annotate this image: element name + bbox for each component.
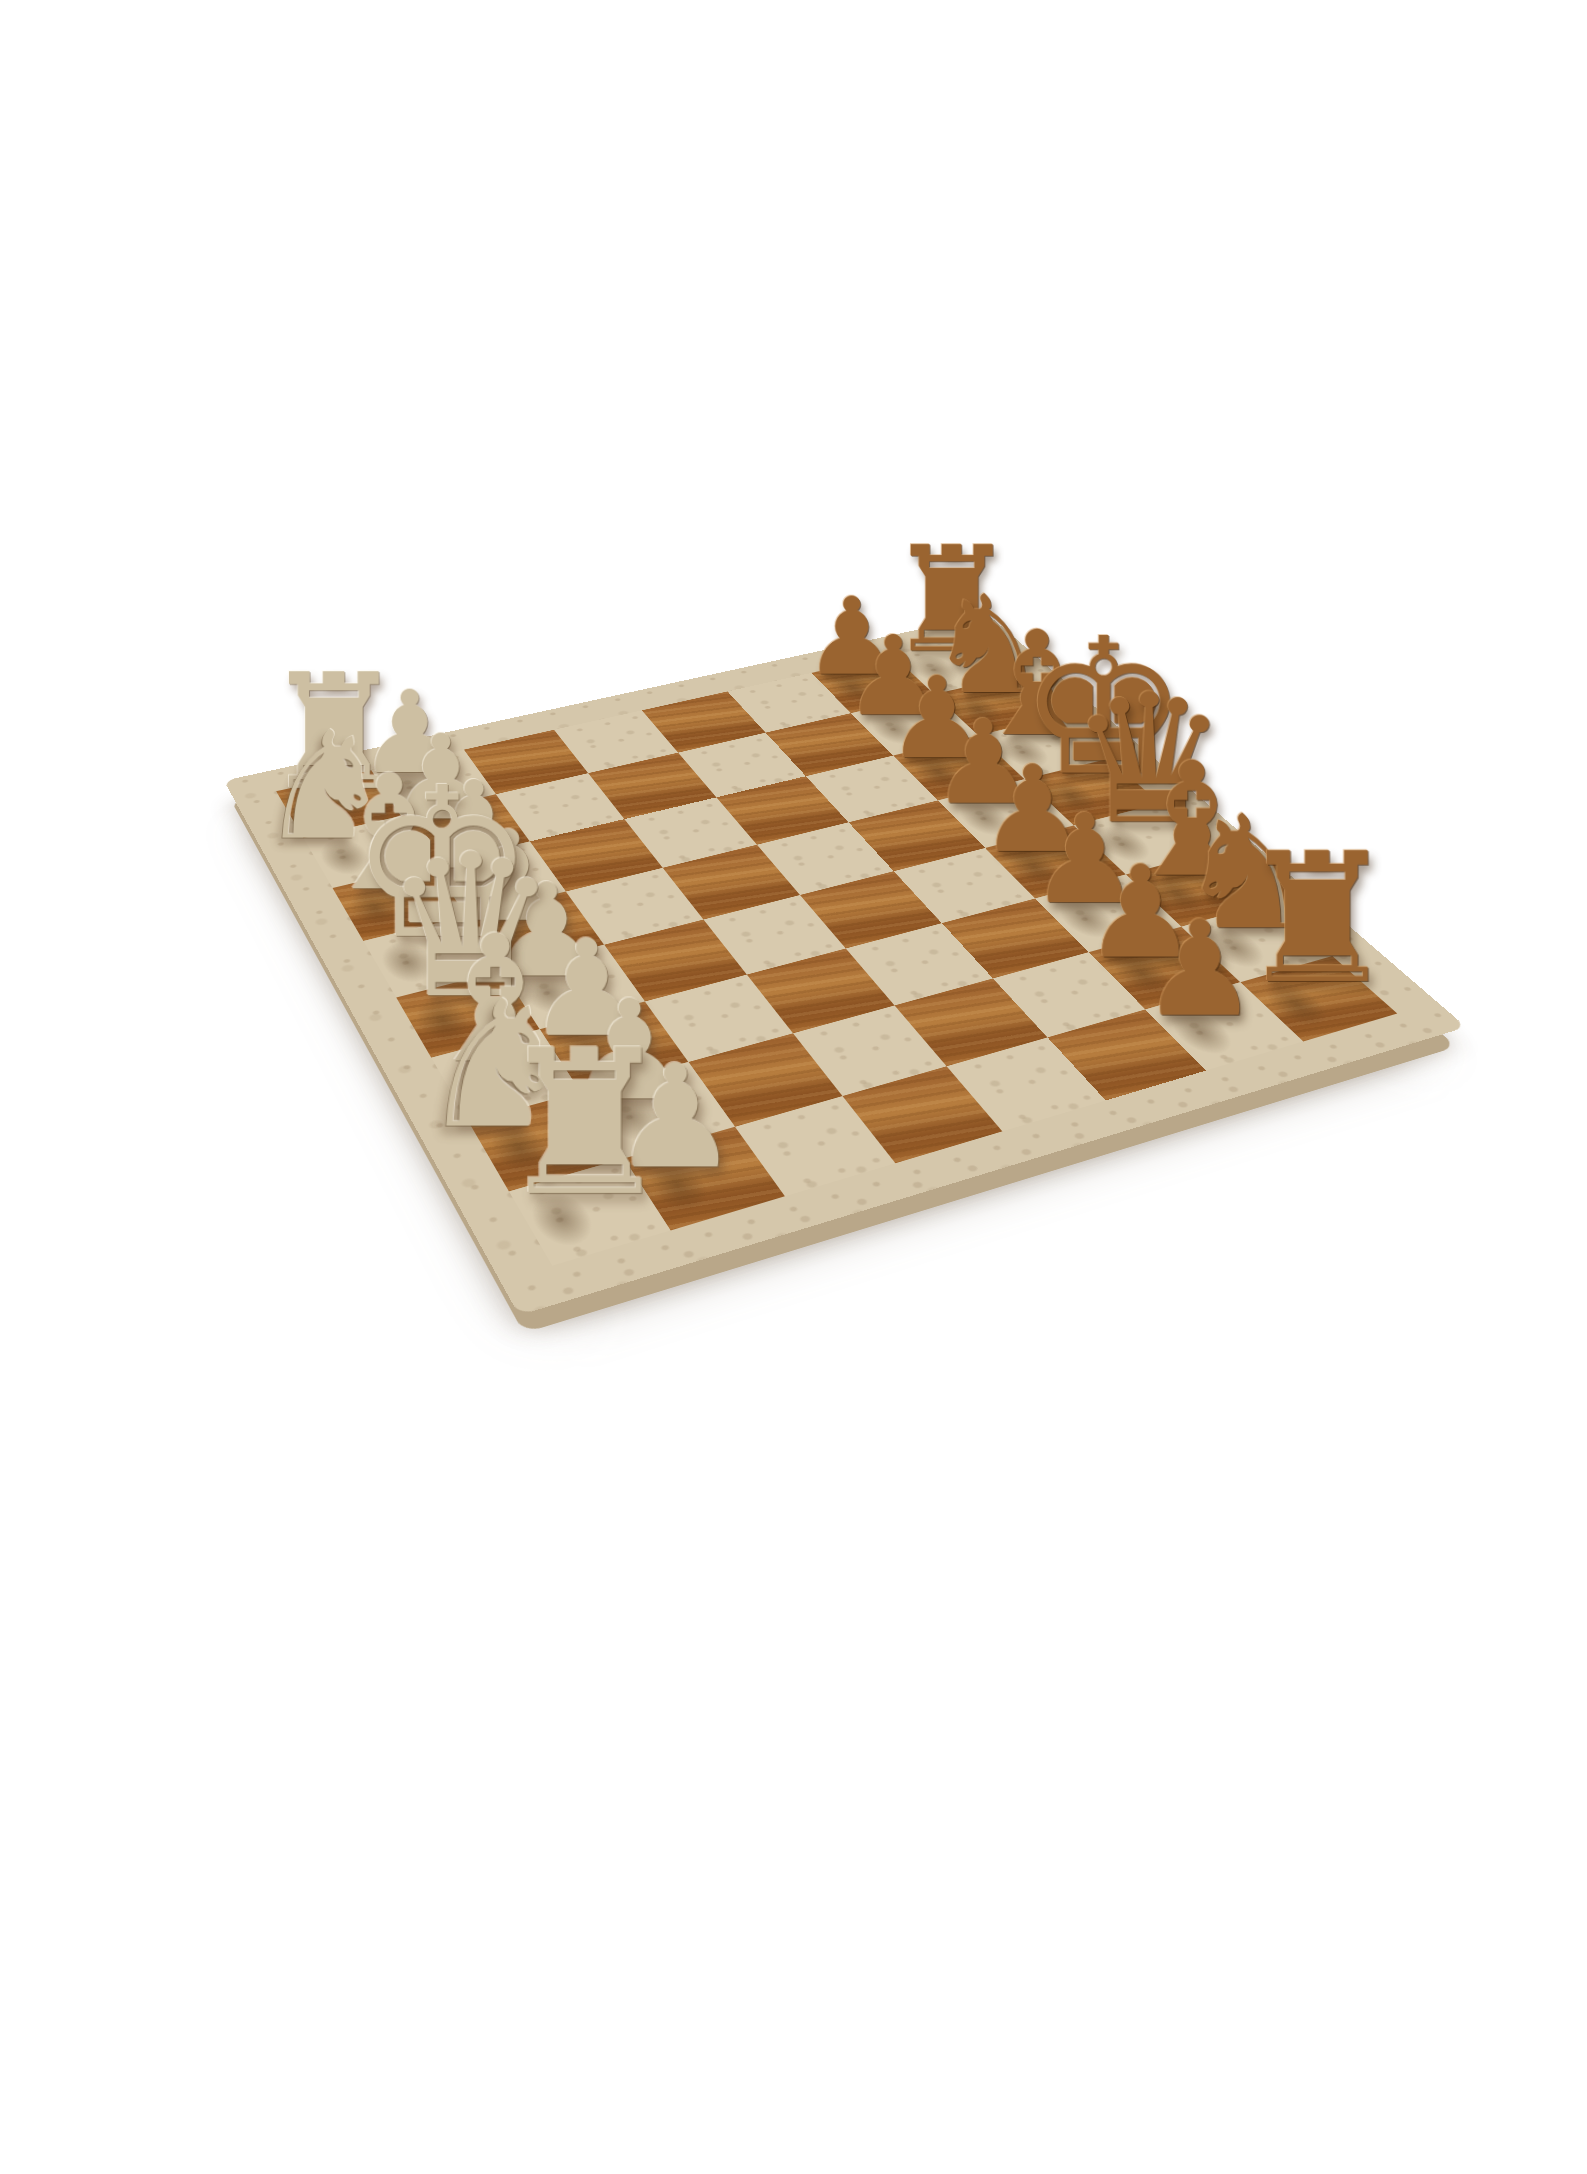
board-surface: ♜♞♝♚♛♝♞♜♟♟♟♟♟♟♟♟♟♟♟♟♟♟♟♟♜♞♝♚♛♝♞♜: [224, 614, 1466, 1315]
square-h8[interactable]: ♜: [1240, 956, 1397, 1042]
square-h1[interactable]: ♜: [509, 1159, 671, 1266]
chess-scene: ♜♞♝♚♛♝♞♜♟♟♟♟♟♟♟♟♟♟♟♟♟♟♟♟♜♞♝♚♛♝♞♜: [335, 430, 1265, 1360]
chess-board: ♜♞♝♚♛♝♞♜♟♟♟♟♟♟♟♟♟♟♟♟♟♟♟♟♜♞♝♚♛♝♞♜: [224, 614, 1466, 1315]
black-pawn[interactable]: ♟: [1141, 908, 1255, 1033]
white-rook[interactable]: ♜: [495, 1030, 620, 1220]
